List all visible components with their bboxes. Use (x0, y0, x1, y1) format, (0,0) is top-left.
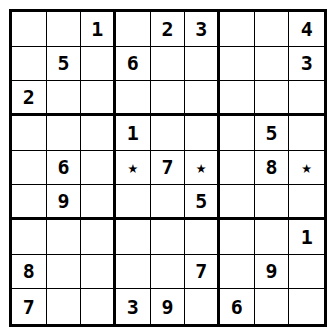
empty-cell-r3c4[interactable] (116, 81, 151, 116)
empty-cell-r4c1[interactable] (12, 116, 47, 151)
empty-cell-r4c9[interactable] (289, 116, 324, 151)
star-cell-r5c4: ★ (116, 151, 151, 186)
empty-cell-r3c8[interactable] (255, 81, 290, 116)
empty-cell-r7c7[interactable] (220, 220, 255, 255)
empty-cell-r8c3[interactable] (81, 255, 116, 290)
empty-cell-r6c5[interactable] (151, 185, 186, 220)
empty-cell-r2c1[interactable] (12, 47, 47, 82)
empty-cell-r9c3[interactable] (81, 289, 116, 324)
given-digit-r1c5: 2 (151, 12, 186, 47)
given-digit-r2c4: 6 (116, 47, 151, 82)
empty-cell-r2c8[interactable] (255, 47, 290, 82)
empty-cell-r1c8[interactable] (255, 12, 290, 47)
empty-cell-r3c7[interactable] (220, 81, 255, 116)
empty-cell-r3c6[interactable] (185, 81, 220, 116)
empty-cell-r4c3[interactable] (81, 116, 116, 151)
empty-cell-r5c1[interactable] (12, 151, 47, 186)
empty-cell-r4c5[interactable] (151, 116, 186, 151)
empty-cell-r7c2[interactable] (47, 220, 82, 255)
empty-cell-r8c4[interactable] (116, 255, 151, 290)
empty-cell-r1c4[interactable] (116, 12, 151, 47)
empty-cell-r7c4[interactable] (116, 220, 151, 255)
given-digit-r1c3: 1 (81, 12, 116, 47)
empty-cell-r8c7[interactable] (220, 255, 255, 290)
empty-cell-r1c7[interactable] (220, 12, 255, 47)
empty-cell-r3c3[interactable] (81, 81, 116, 116)
empty-cell-r6c9[interactable] (289, 185, 324, 220)
empty-cell-r5c3[interactable] (81, 151, 116, 186)
sudoku-board: 12345632156★7★8★9518797396 (9, 9, 327, 327)
empty-cell-r5c7[interactable] (220, 151, 255, 186)
empty-cell-r3c9[interactable] (289, 81, 324, 116)
given-digit-r5c2: 6 (47, 151, 82, 186)
empty-cell-r6c3[interactable] (81, 185, 116, 220)
given-digit-r2c2: 5 (47, 47, 82, 82)
empty-cell-r9c2[interactable] (47, 289, 82, 324)
given-digit-r4c4: 1 (116, 116, 151, 151)
given-digit-r9c4: 3 (116, 289, 151, 324)
given-digit-r7c9: 1 (289, 220, 324, 255)
given-digit-r9c5: 9 (151, 289, 186, 324)
empty-cell-r3c5[interactable] (151, 81, 186, 116)
empty-cell-r7c6[interactable] (185, 220, 220, 255)
empty-cell-r7c3[interactable] (81, 220, 116, 255)
empty-cell-r6c1[interactable] (12, 185, 47, 220)
given-digit-r8c6: 7 (185, 255, 220, 290)
empty-cell-r6c7[interactable] (220, 185, 255, 220)
given-digit-r8c1: 8 (12, 255, 47, 290)
empty-cell-r1c2[interactable] (47, 12, 82, 47)
empty-cell-r7c1[interactable] (12, 220, 47, 255)
given-digit-r2c9: 3 (289, 47, 324, 82)
star-cell-r5c9: ★ (289, 151, 324, 186)
empty-cell-r6c8[interactable] (255, 185, 290, 220)
star-cell-r5c6: ★ (185, 151, 220, 186)
given-digit-r1c9: 4 (289, 12, 324, 47)
empty-cell-r2c5[interactable] (151, 47, 186, 82)
given-digit-r9c7: 6 (220, 289, 255, 324)
given-digit-r5c5: 7 (151, 151, 186, 186)
given-digit-r6c2: 9 (47, 185, 82, 220)
given-digit-r3c1: 2 (12, 81, 47, 116)
given-digit-r5c8: 8 (255, 151, 290, 186)
empty-cell-r4c7[interactable] (220, 116, 255, 151)
empty-cell-r7c5[interactable] (151, 220, 186, 255)
empty-cell-r4c6[interactable] (185, 116, 220, 151)
empty-cell-r7c8[interactable] (255, 220, 290, 255)
given-digit-r9c1: 7 (12, 289, 47, 324)
empty-cell-r8c5[interactable] (151, 255, 186, 290)
empty-cell-r6c4[interactable] (116, 185, 151, 220)
empty-cell-r1c1[interactable] (12, 12, 47, 47)
empty-cell-r9c6[interactable] (185, 289, 220, 324)
empty-cell-r9c9[interactable] (289, 289, 324, 324)
empty-cell-r4c2[interactable] (47, 116, 82, 151)
given-digit-r1c6: 3 (185, 12, 220, 47)
given-digit-r8c8: 9 (255, 255, 290, 290)
empty-cell-r2c7[interactable] (220, 47, 255, 82)
empty-cell-r2c6[interactable] (185, 47, 220, 82)
empty-cell-r8c2[interactable] (47, 255, 82, 290)
empty-cell-r3c2[interactable] (47, 81, 82, 116)
empty-cell-r9c8[interactable] (255, 289, 290, 324)
given-digit-r6c6: 5 (185, 185, 220, 220)
given-digit-r4c8: 5 (255, 116, 290, 151)
empty-cell-r2c3[interactable] (81, 47, 116, 82)
empty-cell-r8c9[interactable] (289, 255, 324, 290)
